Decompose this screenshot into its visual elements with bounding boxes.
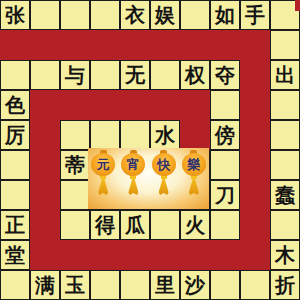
tile-r8c8 (210, 210, 240, 240)
tile-r5c1: 厉 (0, 120, 30, 150)
tile-r3c5: 无 (120, 60, 150, 90)
wall-r9c8 (210, 240, 240, 270)
tile-r2c10 (270, 30, 300, 60)
tile-r9c1: 堂 (0, 240, 30, 270)
tile-r3c7: 权 (180, 60, 210, 90)
tile-r3c3: 与 (60, 60, 90, 90)
wall-r9c4 (90, 240, 120, 270)
lantern-char-1: 元 (91, 153, 115, 176)
tile-r10c6: 里 (150, 270, 180, 300)
lantern-4: 樂 (179, 148, 209, 209)
wall-r4c4 (90, 90, 120, 120)
tile-r6c10 (270, 150, 300, 180)
lantern-1: 元 (88, 148, 118, 209)
tile-r6c3: 蒂 (60, 150, 90, 180)
tile-r10c10: 折 (270, 270, 300, 300)
tile-r5c3 (60, 120, 90, 150)
lantern-knob-icon (100, 176, 106, 179)
tile-r3c2 (30, 60, 60, 90)
wall-r2c5 (120, 30, 150, 60)
wall-r8c9 (240, 210, 270, 240)
wall-r4c2 (30, 90, 60, 120)
lantern-tassel-icon (98, 179, 108, 195)
tile-r6c8 (210, 150, 240, 180)
wall-r2c2 (30, 30, 60, 60)
wall-r2c4 (90, 30, 120, 60)
wall-r2c9 (240, 30, 270, 60)
tile-r8c5: 瓜 (120, 210, 150, 240)
tile-r5c10 (270, 120, 300, 150)
tile-r8c4: 得 (90, 210, 120, 240)
tile-r8c10 (270, 210, 300, 240)
tile-r4c1: 色 (0, 90, 30, 120)
tile-r5c6: 水 (150, 120, 180, 150)
tile-r8c7: 火 (180, 210, 210, 240)
tile-r3c6 (150, 60, 180, 90)
lantern-knob-icon (130, 176, 136, 179)
tile-r1c1: 张 (0, 0, 30, 30)
tile-r10c2: 满 (30, 270, 60, 300)
wall-r5c2 (30, 120, 60, 150)
tile-r3c10: 出 (270, 60, 300, 90)
wall-r2c6 (150, 30, 180, 60)
wall-r7c9 (240, 180, 270, 210)
tile-r1c9: 手 (240, 0, 270, 30)
wall-r4c5 (120, 90, 150, 120)
tile-r1c6: 娱 (150, 0, 180, 30)
wall-r7c2 (30, 180, 60, 210)
wall-r9c2 (30, 240, 60, 270)
tile-r5c5 (120, 120, 150, 150)
wall-notch-top-right (295, 0, 300, 11)
wall-r5c9 (240, 120, 270, 150)
tile-r1c2 (30, 0, 60, 30)
tile-r7c3 (60, 180, 90, 210)
tile-r4c10 (270, 90, 300, 120)
lantern-knob-icon (161, 176, 167, 179)
tile-r7c8: 刀 (210, 180, 240, 210)
lantern-festival-banner: 元 宵 快 樂 (88, 148, 209, 209)
tile-r10c8 (210, 270, 240, 300)
lantern-3: 快 (149, 148, 179, 209)
tile-r1c3 (60, 0, 90, 30)
wall-r2c3 (60, 30, 90, 60)
tile-r10c5 (120, 270, 150, 300)
tile-r1c7 (180, 0, 210, 30)
wall-r9c9 (240, 240, 270, 270)
tile-r3c4 (90, 60, 120, 90)
lantern-2: 宵 (118, 148, 148, 209)
lantern-char-2: 宵 (121, 153, 145, 176)
wall-r4c3 (60, 90, 90, 120)
wall-r4c9 (240, 90, 270, 120)
tile-r7c10: 蠢 (270, 180, 300, 210)
tile-r5c8: 傍 (210, 120, 240, 150)
wall-r9c5 (120, 240, 150, 270)
wall-r2c8 (210, 30, 240, 60)
tile-r8c1: 正 (0, 210, 30, 240)
wall-r6c2 (30, 150, 60, 180)
wall-r3c9 (240, 60, 270, 90)
lantern-knob-icon (191, 176, 197, 179)
tile-r3c8: 夺 (210, 60, 240, 90)
wall-r2c7 (180, 30, 210, 60)
lantern-char-4: 樂 (182, 153, 206, 176)
wall-r6c9 (240, 150, 270, 180)
tile-r10c4 (90, 270, 120, 300)
tile-r10c3: 玉 (60, 270, 90, 300)
tile-r1c4 (90, 0, 120, 30)
tile-r10c7: 沙 (180, 270, 210, 300)
tile-r1c5: 衣 (120, 0, 150, 30)
lantern-tassel-icon (189, 179, 199, 195)
wall-r4c7 (180, 90, 210, 120)
lantern-char-3: 快 (152, 153, 176, 176)
tile-r7c1 (0, 180, 30, 210)
wall-r8c2 (30, 210, 60, 240)
lantern-tassel-icon (159, 179, 169, 195)
tile-r1c8: 如 (210, 0, 240, 30)
wall-r2c1 (0, 30, 30, 60)
wall-r4c6 (150, 90, 180, 120)
tile-r8c6 (150, 210, 180, 240)
lantern-tassel-icon (128, 179, 138, 195)
tile-r3c1 (0, 60, 30, 90)
puzzle-board: 张衣娱如手与无权夺出色厉水傍蒂刀蠢正得瓜火堂木满玉里沙折 元 宵 快 樂 (0, 0, 300, 300)
tile-r10c9 (240, 270, 270, 300)
tile-r4c8 (210, 90, 240, 120)
wall-r9c6 (150, 240, 180, 270)
tile-r9c10: 木 (270, 240, 300, 270)
wall-r9c3 (60, 240, 90, 270)
tile-r6c1 (0, 150, 30, 180)
tile-r5c4 (90, 120, 120, 150)
tile-r10c1 (0, 270, 30, 300)
wall-r9c7 (180, 240, 210, 270)
wall-r5c7 (180, 120, 210, 150)
tile-r8c3 (60, 210, 90, 240)
